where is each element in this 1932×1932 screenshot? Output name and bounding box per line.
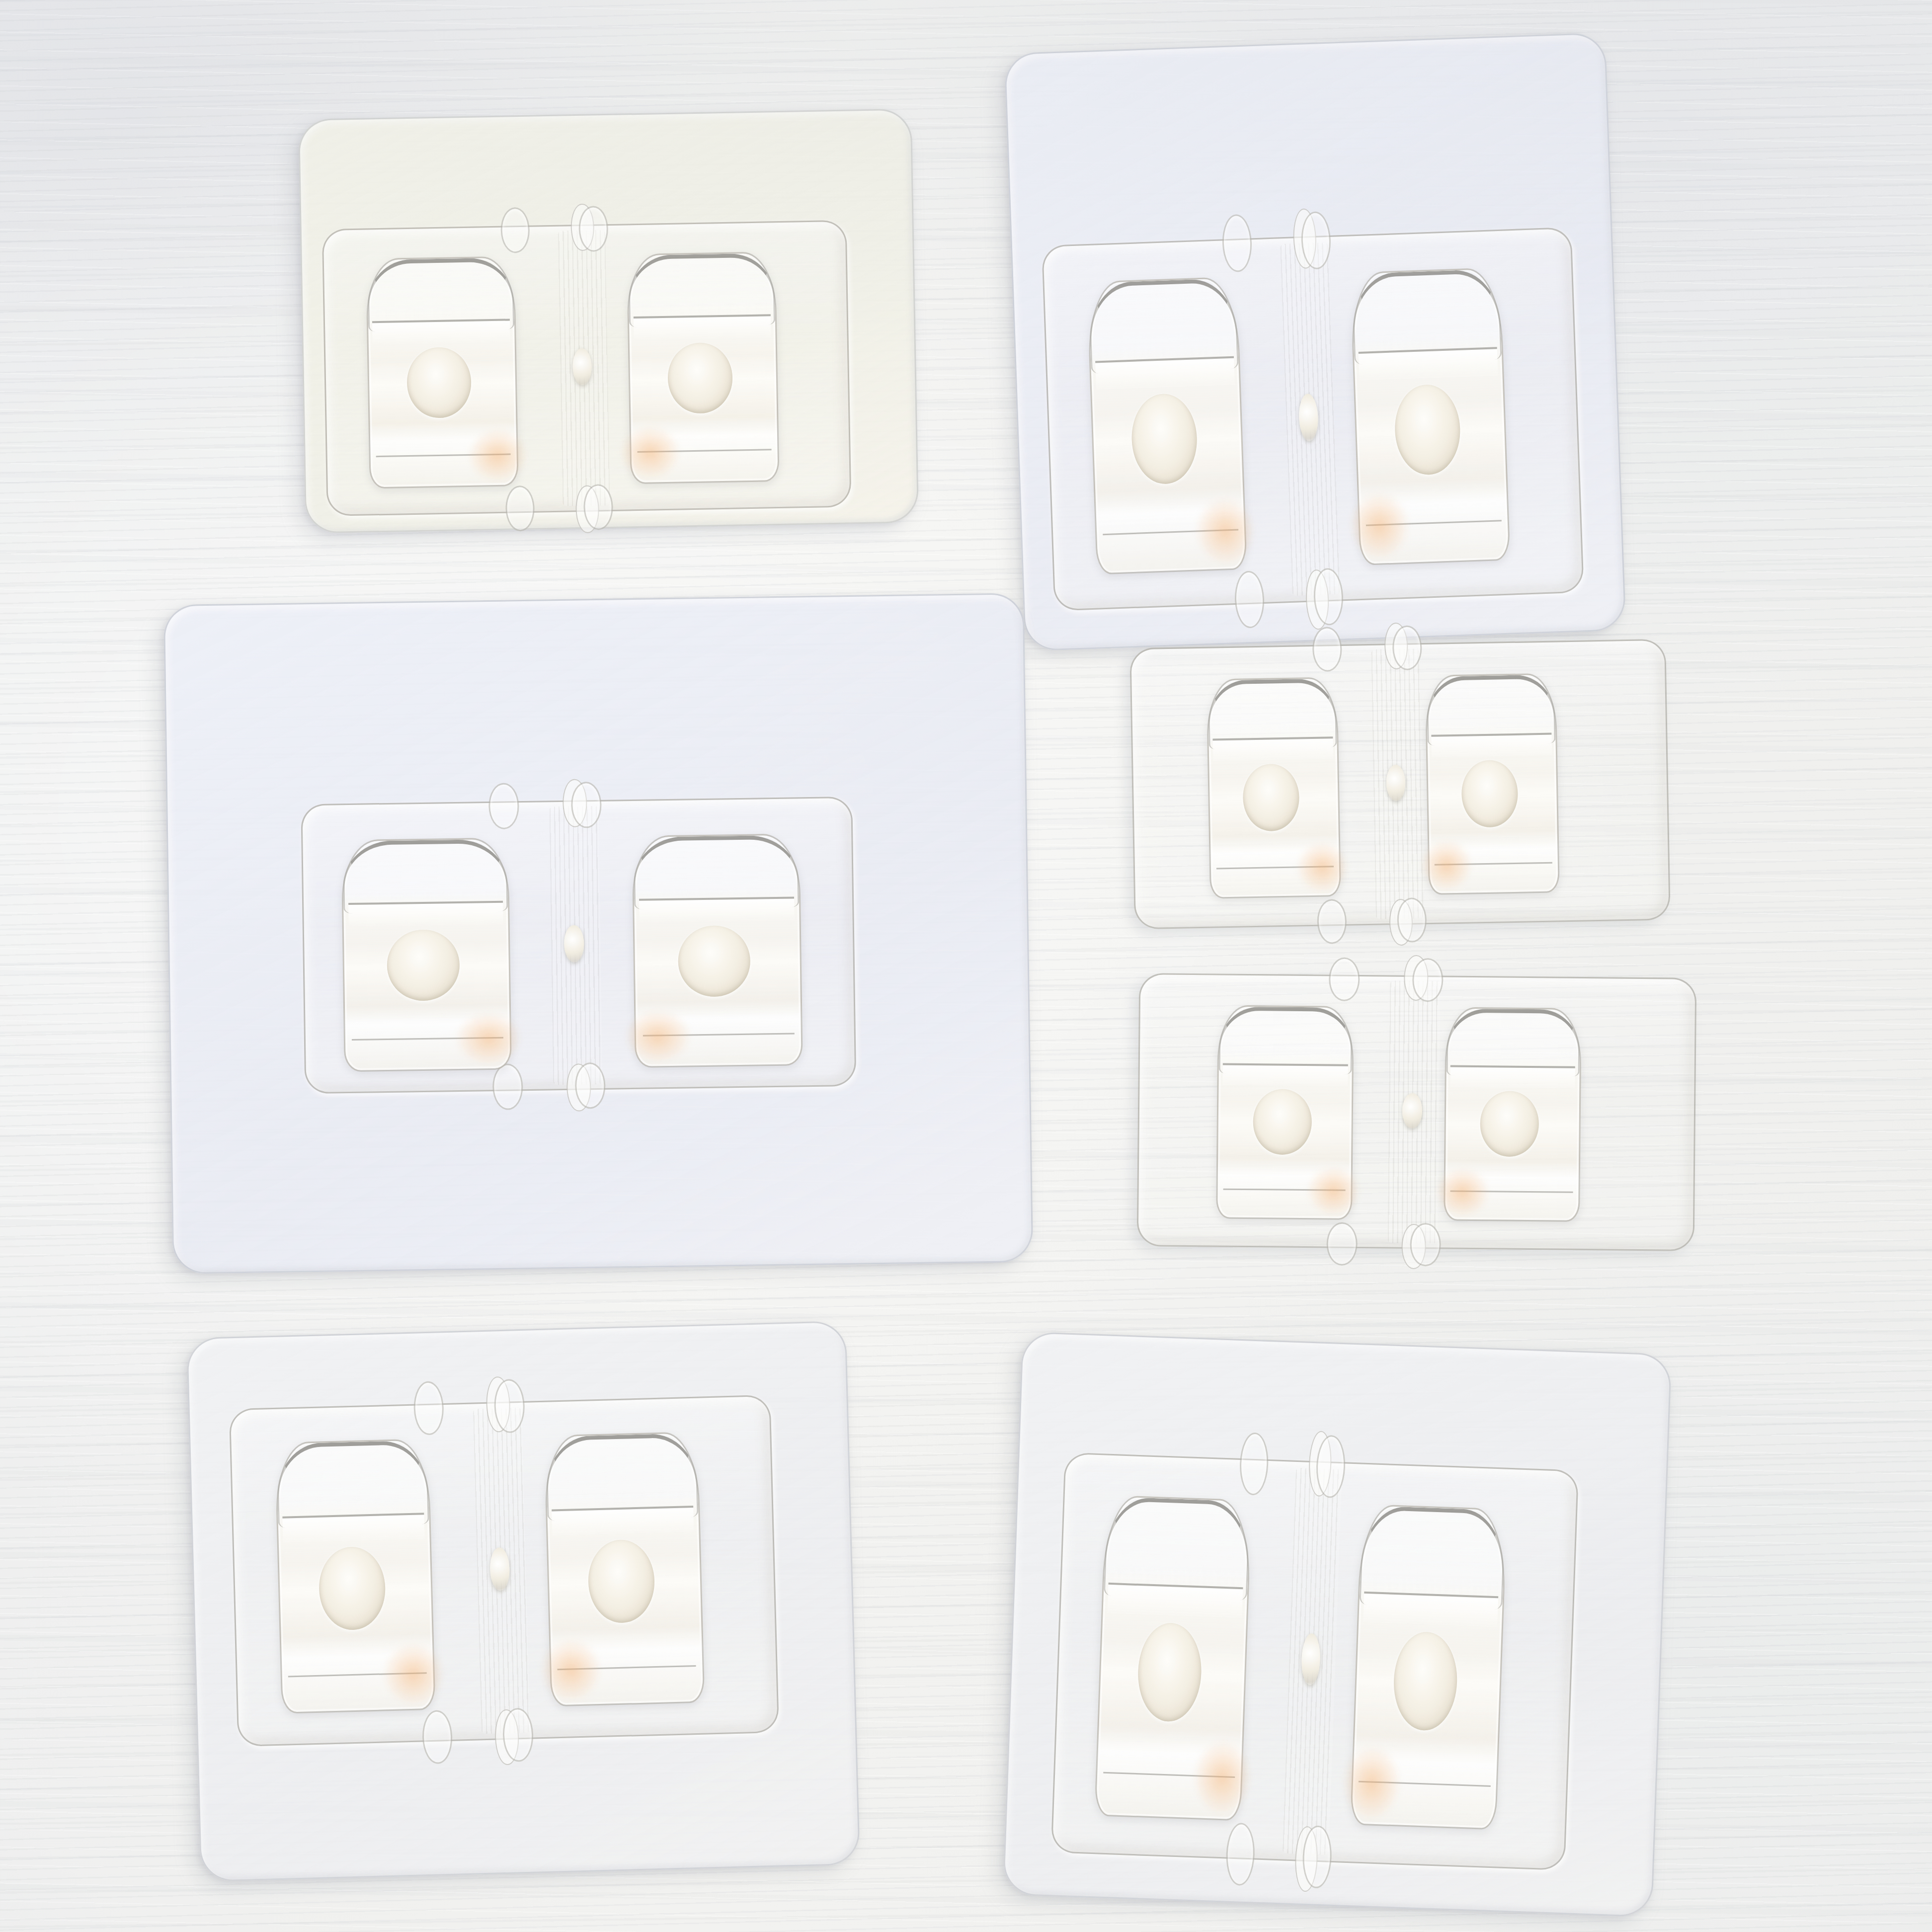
photo: [0, 0, 1932, 1932]
lighting-vignette: [0, 0, 1932, 1932]
